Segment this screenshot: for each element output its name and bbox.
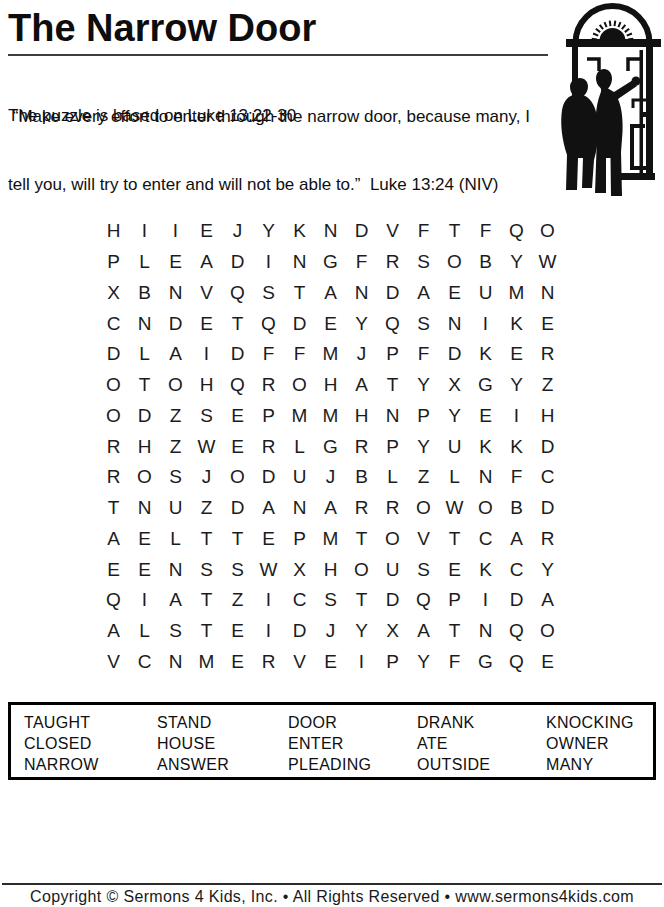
grid-cell[interactable]: J xyxy=(191,462,222,493)
grid-cell[interactable]: I xyxy=(501,401,532,432)
grid-cell[interactable]: B xyxy=(346,462,377,493)
grid-cell[interactable]: J xyxy=(346,339,377,370)
grid-cell[interactable]: N xyxy=(129,493,160,524)
grid-cell[interactable]: O xyxy=(470,493,501,524)
word-bank-column: DOORENTERPLEADING xyxy=(288,712,371,775)
grid-cell[interactable]: N xyxy=(470,462,501,493)
grid-cell[interactable]: W xyxy=(532,247,563,278)
grid-cell[interactable]: T xyxy=(222,524,253,555)
word-outside: OUTSIDE xyxy=(417,754,490,775)
grid-cell[interactable]: L xyxy=(160,524,191,555)
grid-cell[interactable]: N xyxy=(160,278,191,309)
grid-cell[interactable]: E xyxy=(315,308,346,339)
grid-cell[interactable]: N xyxy=(315,216,346,247)
worksheet-page: The Narrow Door “Make every effort to en… xyxy=(0,0,664,907)
grid-cell[interactable]: O xyxy=(346,554,377,585)
grid-cell[interactable]: R xyxy=(377,493,408,524)
grid-cell[interactable]: X xyxy=(98,278,129,309)
grid-cell[interactable]: A xyxy=(408,278,439,309)
grid-cell[interactable]: S xyxy=(408,247,439,278)
puzzle-basis-text: The puzzle is based on Luke 13:22-30 xyxy=(8,106,296,126)
grid-cell[interactable]: M xyxy=(191,647,222,678)
grid-cell[interactable]: D xyxy=(222,247,253,278)
grid-cell[interactable]: G xyxy=(315,431,346,462)
grid-cell[interactable]: N xyxy=(439,308,470,339)
grid-cell[interactable]: M xyxy=(315,401,346,432)
grid-cell[interactable]: K xyxy=(470,431,501,462)
grid-cell[interactable]: E xyxy=(470,401,501,432)
grid-cell[interactable]: R xyxy=(98,431,129,462)
word-ate: ATE xyxy=(417,733,490,754)
grid-cell[interactable]: Y xyxy=(532,554,563,585)
word-house: HOUSE xyxy=(157,733,229,754)
grid-cell[interactable]: F xyxy=(439,647,470,678)
word-bank: TAUGHTCLOSEDNARROWSTANDHOUSEANSWERDOOREN… xyxy=(8,702,656,780)
grid-cell[interactable]: E xyxy=(98,554,129,585)
grid-cell[interactable]: Q xyxy=(98,585,129,616)
grid-cell[interactable]: S xyxy=(315,585,346,616)
grid-cell[interactable]: W xyxy=(439,493,470,524)
grid-cell[interactable]: D xyxy=(129,401,160,432)
grid-cell[interactable]: S xyxy=(191,554,222,585)
grid-cell[interactable]: D xyxy=(284,616,315,647)
word-taught: TAUGHT xyxy=(24,712,99,733)
title-divider xyxy=(8,54,548,56)
grid-cell[interactable]: J xyxy=(315,616,346,647)
grid-cell[interactable]: I xyxy=(253,247,284,278)
grid-cell[interactable]: E xyxy=(439,554,470,585)
scripture-quote: “Make every effort to enter through the … xyxy=(8,61,530,241)
grid-cell[interactable]: T xyxy=(191,524,222,555)
grid-cell[interactable]: L xyxy=(129,616,160,647)
grid-cell[interactable]: L xyxy=(129,247,160,278)
grid-cell[interactable]: P xyxy=(439,585,470,616)
grid-cell[interactable]: P xyxy=(253,401,284,432)
grid-cell[interactable]: A xyxy=(253,493,284,524)
grid-cell[interactable]: I xyxy=(129,216,160,247)
grid-cell[interactable]: O xyxy=(160,370,191,401)
grid-cell[interactable]: Z xyxy=(408,462,439,493)
word-owner: OWNER xyxy=(546,733,634,754)
grid-cell[interactable]: A xyxy=(191,247,222,278)
word-drank: DRANK xyxy=(417,712,490,733)
grid-cell[interactable]: C xyxy=(470,524,501,555)
grid-cell[interactable]: N xyxy=(532,278,563,309)
grid-cell[interactable]: G xyxy=(315,247,346,278)
grid-cell[interactable]: O xyxy=(284,370,315,401)
grid-cell[interactable]: T xyxy=(191,585,222,616)
grid-cell[interactable]: Y xyxy=(253,216,284,247)
grid-cell[interactable]: T xyxy=(439,616,470,647)
grid-cell[interactable]: R xyxy=(98,462,129,493)
grid-cell[interactable]: S xyxy=(191,401,222,432)
grid-cell[interactable]: K xyxy=(470,339,501,370)
grid-cell[interactable]: T xyxy=(191,616,222,647)
grid-cell[interactable]: D xyxy=(253,462,284,493)
word-closed: CLOSED xyxy=(24,733,99,754)
grid-cell[interactable]: K xyxy=(501,431,532,462)
grid-cell[interactable]: S xyxy=(222,554,253,585)
grid-cell[interactable]: P xyxy=(377,339,408,370)
grid-cell[interactable]: U xyxy=(439,431,470,462)
grid-cell[interactable]: E xyxy=(501,339,532,370)
grid-cell[interactable]: E xyxy=(222,647,253,678)
grid-cell[interactable]: Q xyxy=(222,278,253,309)
grid-cell[interactable]: K xyxy=(470,554,501,585)
grid-cell[interactable]: R xyxy=(346,431,377,462)
word-narrow: NARROW xyxy=(24,754,99,775)
grid-cell[interactable]: Q xyxy=(501,616,532,647)
word-many: MANY xyxy=(546,754,634,775)
grid-cell[interactable]: G xyxy=(470,647,501,678)
grid-cell[interactable]: Y xyxy=(408,370,439,401)
grid-cell[interactable]: C xyxy=(129,647,160,678)
grid-cell[interactable]: H xyxy=(129,431,160,462)
grid-cell[interactable]: Q xyxy=(253,308,284,339)
grid-cell[interactable]: A xyxy=(315,493,346,524)
grid-cell[interactable]: E xyxy=(253,524,284,555)
grid-cell[interactable]: V xyxy=(377,216,408,247)
grid-cell[interactable]: S xyxy=(408,308,439,339)
woman-silhouette xyxy=(561,78,597,190)
grid-cell[interactable]: T xyxy=(284,278,315,309)
grid-cell[interactable]: U xyxy=(160,493,191,524)
grid-cell[interactable]: E xyxy=(222,431,253,462)
grid-cell[interactable]: E xyxy=(222,616,253,647)
grid-cell[interactable]: D xyxy=(532,431,563,462)
grid-cell[interactable]: W xyxy=(191,431,222,462)
door-illustration-svg xyxy=(552,0,664,202)
grid-cell[interactable]: V xyxy=(98,647,129,678)
grid-cell[interactable]: K xyxy=(501,308,532,339)
grid-cell[interactable]: N xyxy=(284,493,315,524)
grid-cell[interactable]: E xyxy=(532,647,563,678)
grid-cell[interactable]: N xyxy=(470,616,501,647)
word-bank-column: STANDHOUSEANSWER xyxy=(157,712,229,775)
grid-cell[interactable]: D xyxy=(222,339,253,370)
grid-cell[interactable]: I xyxy=(191,339,222,370)
grid-cell[interactable]: T xyxy=(439,216,470,247)
grid-cell[interactable]: O xyxy=(532,216,563,247)
grid-cell[interactable]: H xyxy=(346,401,377,432)
word-knocking: KNOCKING xyxy=(546,712,634,733)
grid-cell[interactable]: T xyxy=(439,524,470,555)
grid-cell[interactable]: T xyxy=(346,585,377,616)
grid-cell[interactable]: A xyxy=(532,585,563,616)
grid-cell[interactable]: T xyxy=(222,308,253,339)
grid-cell[interactable]: T xyxy=(377,370,408,401)
knocking-fist xyxy=(632,77,641,86)
grid-cell[interactable]: G xyxy=(470,370,501,401)
word-door: DOOR xyxy=(288,712,371,733)
grid-cell[interactable]: O xyxy=(98,370,129,401)
grid-cell[interactable]: H xyxy=(315,554,346,585)
grid-cell[interactable]: Q xyxy=(501,647,532,678)
grid-cell[interactable]: P xyxy=(284,524,315,555)
grid-cell[interactable]: D xyxy=(284,308,315,339)
grid-cell[interactable]: N xyxy=(160,554,191,585)
grid-cell[interactable]: Y xyxy=(346,308,377,339)
grid-cell[interactable]: Y xyxy=(501,247,532,278)
grid-cell[interactable]: A xyxy=(160,585,191,616)
grid-cell[interactable]: A xyxy=(346,370,377,401)
grid-cell[interactable]: L xyxy=(284,431,315,462)
grid-cell[interactable]: R xyxy=(377,247,408,278)
grid-cell[interactable]: B xyxy=(470,247,501,278)
grid-cell[interactable]: T xyxy=(129,370,160,401)
grid-cell[interactable]: P xyxy=(408,401,439,432)
grid-cell[interactable]: I xyxy=(470,308,501,339)
grid-cell[interactable]: Y xyxy=(501,370,532,401)
grid-cell[interactable]: M xyxy=(284,401,315,432)
grid-cell[interactable]: F xyxy=(346,247,377,278)
grid-cell[interactable]: R xyxy=(253,431,284,462)
grid-cell[interactable]: R xyxy=(346,493,377,524)
grid-cell[interactable]: K xyxy=(284,216,315,247)
grid-cell[interactable]: O xyxy=(222,462,253,493)
grid-cell[interactable]: D xyxy=(98,339,129,370)
grid-cell[interactable]: D xyxy=(346,216,377,247)
grid-cell[interactable]: Z xyxy=(532,370,563,401)
grid-cell[interactable]: J xyxy=(222,216,253,247)
grid-cell[interactable]: V xyxy=(408,524,439,555)
grid-cell[interactable]: S xyxy=(160,616,191,647)
grid-cell[interactable]: F xyxy=(284,339,315,370)
grid-cell[interactable]: E xyxy=(160,247,191,278)
grid-cell[interactable]: O xyxy=(532,616,563,647)
grid-cell[interactable]: X xyxy=(439,370,470,401)
grid-cell[interactable]: C xyxy=(501,554,532,585)
grid-cell[interactable]: M xyxy=(501,278,532,309)
grid-cell[interactable]: A xyxy=(98,616,129,647)
grid-cell[interactable]: I xyxy=(253,585,284,616)
door-knocking-illustration xyxy=(552,0,664,202)
grid-cell[interactable]: Z xyxy=(160,431,191,462)
grid-cell[interactable]: I xyxy=(346,647,377,678)
grid-cell[interactable]: R xyxy=(532,339,563,370)
grid-cell[interactable]: J xyxy=(315,462,346,493)
copyright-text: Copyright © Sermons 4 Kids, Inc. • All R… xyxy=(0,888,664,906)
grid-cell[interactable]: M xyxy=(315,524,346,555)
grid-cell[interactable]: W xyxy=(253,554,284,585)
grid-cell[interactable]: O xyxy=(98,401,129,432)
grid-cell[interactable]: Z xyxy=(222,585,253,616)
grid-cell[interactable]: T xyxy=(346,524,377,555)
grid-cell[interactable]: A xyxy=(315,278,346,309)
grid-cell[interactable]: S xyxy=(408,554,439,585)
grid-cell[interactable]: Q xyxy=(408,585,439,616)
grid-cell[interactable]: V xyxy=(191,278,222,309)
grid-cell[interactable]: D xyxy=(377,278,408,309)
grid-cell[interactable]: N xyxy=(160,647,191,678)
grid-cell[interactable]: I xyxy=(253,616,284,647)
grid-cell[interactable]: N xyxy=(346,278,377,309)
word-enter: ENTER xyxy=(288,733,371,754)
grid-cell[interactable]: C xyxy=(98,308,129,339)
grid-cell[interactable]: H xyxy=(98,216,129,247)
word-stand: STAND xyxy=(157,712,229,733)
grid-cell[interactable]: U xyxy=(284,462,315,493)
grid-cell[interactable]: F xyxy=(470,216,501,247)
grid-cell[interactable]: Q xyxy=(222,370,253,401)
grid-cell[interactable]: D xyxy=(439,339,470,370)
grid-cell[interactable]: V xyxy=(284,647,315,678)
grid-cell[interactable]: H xyxy=(532,401,563,432)
grid-cell[interactable]: F xyxy=(408,216,439,247)
grid-cell[interactable]: N xyxy=(284,247,315,278)
grid-cell[interactable]: U xyxy=(377,554,408,585)
word-search-grid: HIIEJYKNDVFTFQOPLEADINGFRSOBYWXBNVQSTAND… xyxy=(98,216,563,677)
grid-cell[interactable]: Z xyxy=(160,401,191,432)
grid-cell[interactable]: U xyxy=(470,278,501,309)
grid-cell[interactable]: L xyxy=(129,339,160,370)
grid-cell[interactable]: A xyxy=(501,524,532,555)
grid-cell[interactable]: S xyxy=(160,462,191,493)
grid-cell[interactable]: E xyxy=(532,308,563,339)
grid-cell[interactable]: Y xyxy=(346,616,377,647)
grid-cell[interactable]: O xyxy=(377,524,408,555)
grid-cell[interactable]: D xyxy=(222,493,253,524)
grid-cell[interactable]: P xyxy=(98,247,129,278)
grid-cell[interactable]: Z xyxy=(191,493,222,524)
grid-cell[interactable]: D xyxy=(501,585,532,616)
grid-cell[interactable]: A xyxy=(408,616,439,647)
grid-cell[interactable]: I xyxy=(129,585,160,616)
quote-line-2: tell you, will try to enter and will not… xyxy=(8,174,530,197)
grid-cell[interactable]: A xyxy=(98,524,129,555)
grid-cell[interactable]: O xyxy=(129,462,160,493)
grid-cell[interactable]: E xyxy=(439,278,470,309)
grid-cell[interactable]: B xyxy=(501,493,532,524)
grid-cell[interactable]: F xyxy=(408,339,439,370)
grid-cell[interactable]: E xyxy=(191,308,222,339)
grid-cell[interactable]: E xyxy=(315,647,346,678)
grid-cell[interactable]: N xyxy=(377,401,408,432)
word-bank-column: KNOCKINGOWNERMANY xyxy=(546,712,634,775)
grid-cell[interactable]: B xyxy=(129,278,160,309)
grid-cell[interactable]: H xyxy=(315,370,346,401)
grid-cell[interactable]: L xyxy=(439,462,470,493)
grid-cell[interactable]: I xyxy=(470,585,501,616)
grid-cell[interactable]: Y xyxy=(408,431,439,462)
grid-cell[interactable]: P xyxy=(377,431,408,462)
grid-cell[interactable]: D xyxy=(377,585,408,616)
grid-cell[interactable]: T xyxy=(98,493,129,524)
grid-cell[interactable]: R xyxy=(253,370,284,401)
grid-cell[interactable]: X xyxy=(284,554,315,585)
word-bank-column: TAUGHTCLOSEDNARROW xyxy=(24,712,99,775)
grid-cell[interactable]: D xyxy=(532,493,563,524)
grid-cell[interactable]: Q xyxy=(377,308,408,339)
page-title: The Narrow Door xyxy=(8,8,316,48)
grid-cell[interactable]: N xyxy=(129,308,160,339)
grid-cell[interactable]: E xyxy=(191,216,222,247)
grid-cell[interactable]: O xyxy=(439,247,470,278)
grid-cell[interactable]: E xyxy=(129,524,160,555)
word-answer: ANSWER xyxy=(157,754,229,775)
grid-cell[interactable]: E xyxy=(222,401,253,432)
grid-cell[interactable]: H xyxy=(191,370,222,401)
grid-cell[interactable]: F xyxy=(253,339,284,370)
grid-cell[interactable]: E xyxy=(129,554,160,585)
grid-cell[interactable]: I xyxy=(160,216,191,247)
grid-cell[interactable]: O xyxy=(408,493,439,524)
grid-cell[interactable]: P xyxy=(377,647,408,678)
grid-cell[interactable]: A xyxy=(160,339,191,370)
grid-cell[interactable]: F xyxy=(501,462,532,493)
grid-cell[interactable]: C xyxy=(532,462,563,493)
word-pleading: PLEADING xyxy=(288,754,371,775)
footer-divider xyxy=(2,883,662,885)
grid-cell[interactable]: L xyxy=(377,462,408,493)
grid-cell[interactable]: Q xyxy=(501,216,532,247)
grid-cell[interactable]: Y xyxy=(439,401,470,432)
word-bank-column: DRANKATEOUTSIDE xyxy=(417,712,490,775)
grid-cell[interactable]: R xyxy=(253,647,284,678)
grid-cell[interactable]: Y xyxy=(408,647,439,678)
grid-cell[interactable]: D xyxy=(160,308,191,339)
grid-cell[interactable]: R xyxy=(532,524,563,555)
grid-cell[interactable]: X xyxy=(377,616,408,647)
grid-cell[interactable]: M xyxy=(315,339,346,370)
grid-cell[interactable]: S xyxy=(253,278,284,309)
grid-cell[interactable]: C xyxy=(284,585,315,616)
